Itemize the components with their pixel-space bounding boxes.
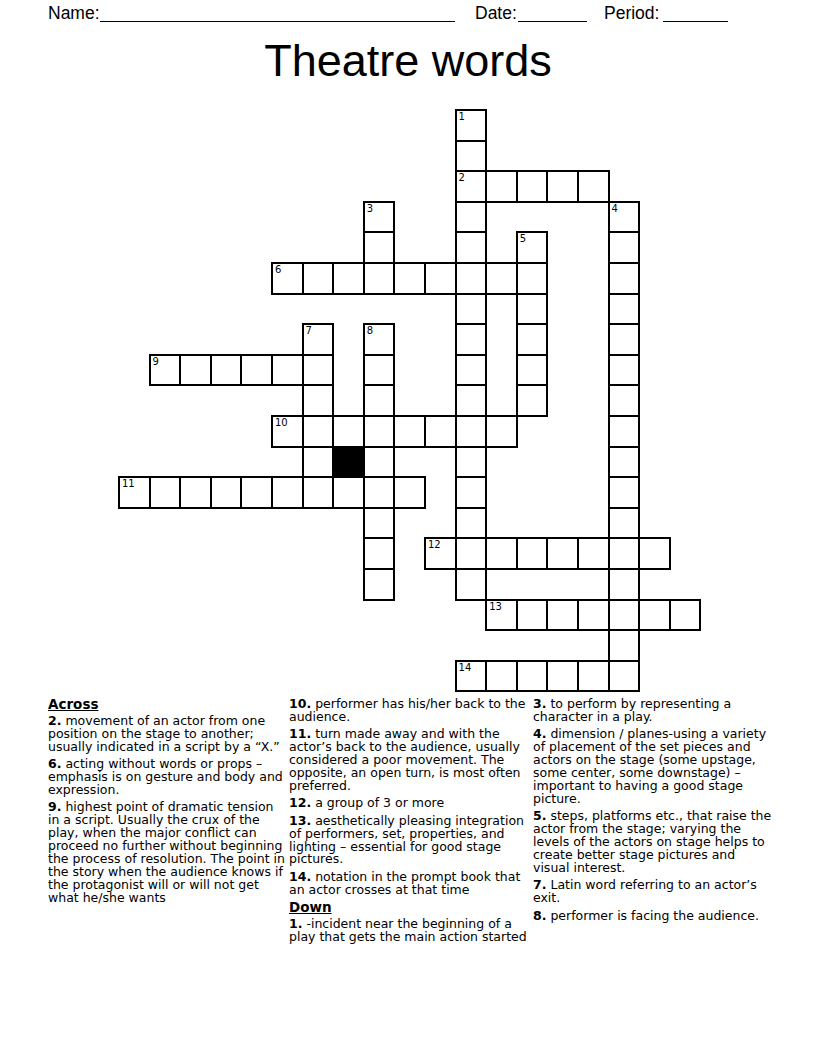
name-field[interactable] xyxy=(100,3,455,22)
clue-column-2: 10. performer has his/her back to the au… xyxy=(289,698,529,948)
cell-r9-c16[interactable] xyxy=(608,384,641,417)
cell-r13-c11[interactable] xyxy=(455,507,488,540)
clue-number-14: 14 xyxy=(459,662,472,673)
cell-r18-c14[interactable] xyxy=(546,660,579,693)
cell-r10-c8[interactable] xyxy=(363,415,396,448)
cell-r14-c10[interactable]: 12 xyxy=(424,537,457,570)
clue-number-3: 3 xyxy=(367,203,373,214)
cell-r15-c8[interactable] xyxy=(363,568,396,601)
cell-r7-c13[interactable] xyxy=(516,323,549,356)
cell-r10-c16[interactable] xyxy=(608,415,641,448)
cell-r8-c16[interactable] xyxy=(608,354,641,387)
clue-across-10: 10. performer has his/her back to the au… xyxy=(289,698,529,724)
cell-r12-c5[interactable] xyxy=(271,476,304,509)
cell-r9-c8[interactable] xyxy=(363,384,396,417)
cell-r8-c8[interactable] xyxy=(363,354,396,387)
cell-r12-c3[interactable] xyxy=(210,476,243,509)
date-label: Date: xyxy=(475,3,517,23)
clue-across-12: 12. a group of 3 or more xyxy=(289,797,529,810)
cell-r5-c11[interactable] xyxy=(455,262,488,295)
cell-r12-c11[interactable] xyxy=(455,476,488,509)
cell-r3-c16[interactable]: 4 xyxy=(608,201,641,234)
cell-r10-c6[interactable] xyxy=(302,415,335,448)
clue-number-11: 11 xyxy=(122,478,135,489)
cell-r5-c6[interactable] xyxy=(302,262,335,295)
cell-r13-c16[interactable] xyxy=(608,507,641,540)
cell-r12-c7[interactable] xyxy=(332,476,365,509)
cell-r14-c13[interactable] xyxy=(516,537,549,570)
cell-r10-c10[interactable] xyxy=(424,415,457,448)
cell-r16-c18[interactable] xyxy=(669,599,702,632)
cell-r11-c8[interactable] xyxy=(363,446,396,479)
clue-down-8: 8. performer is facing the audience. xyxy=(533,910,773,923)
cell-r9-c11[interactable] xyxy=(455,384,488,417)
cell-r3-c8[interactable]: 3 xyxy=(363,201,396,234)
cell-r16-c15[interactable] xyxy=(577,599,610,632)
cell-r5-c10[interactable] xyxy=(424,262,457,295)
cell-r4-c13[interactable]: 5 xyxy=(516,231,549,264)
cell-r11-c6[interactable] xyxy=(302,446,335,479)
worksheet-page: Name: Date: Period: Theatre words 123456… xyxy=(0,0,816,1056)
cell-r5-c16[interactable] xyxy=(608,262,641,295)
cell-r7-c8[interactable]: 8 xyxy=(363,323,396,356)
cell-r16-c12[interactable]: 13 xyxy=(485,599,518,632)
name-label: Name: xyxy=(48,3,100,23)
cell-r12-c9[interactable] xyxy=(393,476,426,509)
clue-number-12: 12 xyxy=(428,539,441,550)
across-header: Across xyxy=(48,698,288,711)
cell-r8-c2[interactable] xyxy=(179,354,212,387)
cell-r16-c14[interactable] xyxy=(546,599,579,632)
cell-r8-c13[interactable] xyxy=(516,354,549,387)
cell-r8-c3[interactable] xyxy=(210,354,243,387)
clue-number-5: 5 xyxy=(520,233,526,244)
cell-r4-c16[interactable] xyxy=(608,231,641,264)
cell-r3-c11[interactable] xyxy=(455,201,488,234)
cell-r12-c0[interactable]: 11 xyxy=(118,476,151,509)
cell-r18-c11[interactable]: 14 xyxy=(455,660,488,693)
clue-number-1: 1 xyxy=(459,111,465,122)
cell-r5-c7[interactable] xyxy=(332,262,365,295)
cell-r18-c16[interactable] xyxy=(608,660,641,693)
cell-r6-c16[interactable] xyxy=(608,293,641,326)
clue-number-2: 2 xyxy=(459,172,465,183)
cell-r6-c11[interactable] xyxy=(455,293,488,326)
clue-across-13: 13. aesthetically pleasing integration o… xyxy=(289,815,529,867)
cell-r14-c8[interactable] xyxy=(363,537,396,570)
clue-number-7: 7 xyxy=(306,325,312,336)
cell-r18-c12[interactable] xyxy=(485,660,518,693)
cell-r14-c11[interactable] xyxy=(455,537,488,570)
cell-r0-c11[interactable]: 1 xyxy=(455,109,488,142)
clue-number-10: 10 xyxy=(275,417,288,428)
cell-r2-c15[interactable] xyxy=(577,170,610,203)
clue-column-1: Across2. movement of an actor from one p… xyxy=(48,698,288,909)
cell-r12-c1[interactable] xyxy=(149,476,182,509)
cell-r10-c7[interactable] xyxy=(332,415,365,448)
cell-r12-c16[interactable] xyxy=(608,476,641,509)
cell-r5-c5[interactable]: 6 xyxy=(271,262,304,295)
cell-r5-c9[interactable] xyxy=(393,262,426,295)
clue-across-2: 2. movement of an actor from one positio… xyxy=(48,715,288,754)
puzzle-title: Theatre words xyxy=(0,35,816,87)
cell-r7-c16[interactable] xyxy=(608,323,641,356)
cell-r13-c8[interactable] xyxy=(363,507,396,540)
date-field[interactable] xyxy=(518,3,587,22)
cell-r12-c6[interactable] xyxy=(302,476,335,509)
period-field[interactable] xyxy=(663,3,728,22)
clue-column-3: 3. to perform by representing a characte… xyxy=(533,698,773,927)
crossword-grid: 1234567891011121314 xyxy=(118,109,699,690)
cell-r10-c12[interactable] xyxy=(485,415,518,448)
cell-r16-c17[interactable] xyxy=(638,599,671,632)
cell-r10-c11[interactable] xyxy=(455,415,488,448)
cell-r11-c11[interactable] xyxy=(455,446,488,479)
clue-across-9: 9. highest point of dramatic tension in … xyxy=(48,801,288,904)
cell-r18-c15[interactable] xyxy=(577,660,610,693)
cell-r15-c16[interactable] xyxy=(608,568,641,601)
cell-r10-c9[interactable] xyxy=(393,415,426,448)
cell-r14-c15[interactable] xyxy=(577,537,610,570)
clue-across-11: 11. turn made away and with the actor’s … xyxy=(289,728,529,793)
cell-r7-c6[interactable]: 7 xyxy=(302,323,335,356)
cell-r16-c13[interactable] xyxy=(516,599,549,632)
cell-r8-c5[interactable] xyxy=(271,354,304,387)
period-label: Period: xyxy=(604,3,659,23)
black-cell xyxy=(332,446,365,479)
cell-r8-c6[interactable] xyxy=(302,354,335,387)
cell-r4-c8[interactable] xyxy=(363,231,396,264)
cell-r9-c6[interactable] xyxy=(302,384,335,417)
cell-r1-c11[interactable] xyxy=(455,140,488,173)
cell-r15-c11[interactable] xyxy=(455,568,488,601)
cell-r2-c14[interactable] xyxy=(546,170,579,203)
clue-across-14: 14. notation in the prompt book that an … xyxy=(289,871,529,897)
cell-r5-c12[interactable] xyxy=(485,262,518,295)
clue-number-6: 6 xyxy=(275,264,281,275)
cell-r12-c4[interactable] xyxy=(240,476,273,509)
cell-r8-c1[interactable]: 9 xyxy=(149,354,182,387)
down-header: Down xyxy=(289,901,529,914)
clue-down-7: 7. Latin word referring to an actor’s ex… xyxy=(533,879,773,905)
cell-r12-c8[interactable] xyxy=(363,476,396,509)
cell-r14-c17[interactable] xyxy=(638,537,671,570)
clue-across-6: 6. acting without words or props – empha… xyxy=(48,758,288,797)
cell-r8-c4[interactable] xyxy=(240,354,273,387)
cell-r2-c11[interactable]: 2 xyxy=(455,170,488,203)
cell-r14-c14[interactable] xyxy=(546,537,579,570)
cell-r17-c16[interactable] xyxy=(608,629,641,662)
cell-r12-c2[interactable] xyxy=(179,476,212,509)
cell-r8-c11[interactable] xyxy=(455,354,488,387)
cell-r16-c16[interactable] xyxy=(608,599,641,632)
clue-down-3: 3. to perform by representing a characte… xyxy=(533,698,773,724)
cell-r5-c13[interactable] xyxy=(516,262,549,295)
clue-number-13: 13 xyxy=(489,601,502,612)
cell-r4-c11[interactable] xyxy=(455,231,488,264)
cell-r10-c5[interactable]: 10 xyxy=(271,415,304,448)
cell-r11-c16[interactable] xyxy=(608,446,641,479)
clue-number-8: 8 xyxy=(367,325,373,336)
clue-number-4: 4 xyxy=(612,203,618,214)
clue-down-5: 5. steps, platforms etc., that raise the… xyxy=(533,810,773,875)
cell-r6-c13[interactable] xyxy=(516,293,549,326)
cell-r2-c13[interactable] xyxy=(516,170,549,203)
clue-down-4: 4. dimension / planes-using a variety of… xyxy=(533,728,773,805)
cell-r5-c8[interactable] xyxy=(363,262,396,295)
clue-number-9: 9 xyxy=(153,356,159,367)
cell-r18-c13[interactable] xyxy=(516,660,549,693)
cell-r14-c16[interactable] xyxy=(608,537,641,570)
cell-r9-c13[interactable] xyxy=(516,384,549,417)
clue-down-1: 1. -incident near the beginning of a pla… xyxy=(289,918,529,944)
cell-r7-c11[interactable] xyxy=(455,323,488,356)
cell-r14-c12[interactable] xyxy=(485,537,518,570)
cell-r2-c12[interactable] xyxy=(485,170,518,203)
